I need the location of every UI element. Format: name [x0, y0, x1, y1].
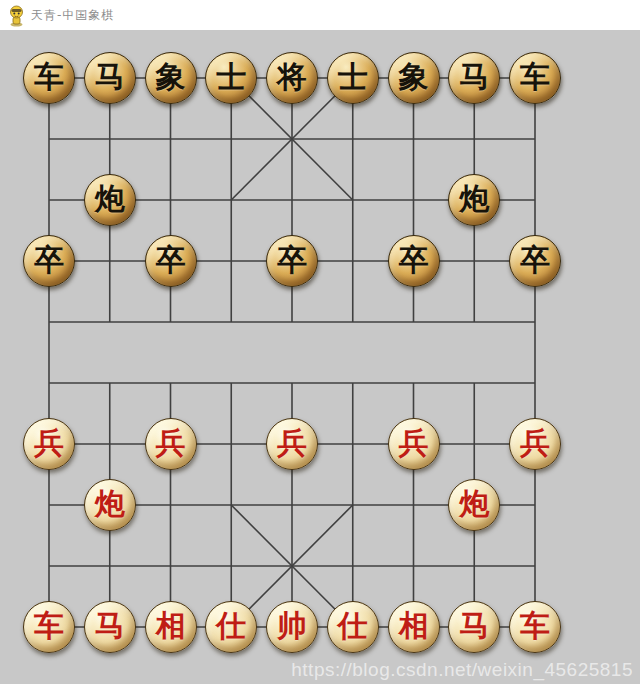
xiangqi-board[interactable]: 车马象士将士象马车炮炮卒卒卒卒卒兵兵兵兵兵炮炮车马相仕帅仕相马车 https:/… [0, 30, 640, 684]
piece-glyph: 车 [34, 62, 64, 92]
piece-black-soldier-3[interactable]: 卒 [266, 235, 318, 287]
piece-glyph: 兵 [34, 428, 64, 458]
titlebar: 天青-中国象棋 [0, 0, 640, 30]
piece-glyph: 兵 [399, 428, 429, 458]
piece-glyph: 兵 [520, 428, 550, 458]
piece-red-advisor-right[interactable]: 仕 [327, 601, 379, 653]
piece-glyph: 卒 [34, 245, 64, 275]
piece-glyph: 马 [95, 611, 125, 641]
piece-black-soldier-5[interactable]: 卒 [509, 235, 561, 287]
piece-black-horse-right[interactable]: 马 [448, 52, 500, 104]
piece-red-chariot-right[interactable]: 车 [509, 601, 561, 653]
piece-black-soldier-2[interactable]: 卒 [145, 235, 197, 287]
piece-glyph: 炮 [95, 184, 125, 214]
piece-red-advisor-left[interactable]: 仕 [205, 601, 257, 653]
piece-black-cannon-right[interactable]: 炮 [448, 174, 500, 226]
piece-glyph: 兵 [156, 428, 186, 458]
piece-black-horse-left[interactable]: 马 [84, 52, 136, 104]
piece-glyph: 仕 [338, 611, 368, 641]
piece-glyph: 相 [399, 611, 429, 641]
piece-glyph: 卒 [277, 245, 307, 275]
piece-black-advisor-right[interactable]: 士 [327, 52, 379, 104]
piece-black-general[interactable]: 将 [266, 52, 318, 104]
piece-glyph: 象 [399, 62, 429, 92]
piece-black-advisor-left[interactable]: 士 [205, 52, 257, 104]
piece-black-elephant-left[interactable]: 象 [145, 52, 197, 104]
app-title: 天青-中国象棋 [31, 7, 114, 24]
piece-black-chariot-left[interactable]: 车 [23, 52, 75, 104]
board-grid [0, 30, 640, 684]
piece-glyph: 车 [520, 62, 550, 92]
piece-glyph: 炮 [459, 184, 489, 214]
piece-black-elephant-right[interactable]: 象 [388, 52, 440, 104]
piece-black-chariot-right[interactable]: 车 [509, 52, 561, 104]
piece-glyph: 车 [520, 611, 550, 641]
piece-red-soldier-4[interactable]: 兵 [388, 418, 440, 470]
piece-red-elephant-right[interactable]: 相 [388, 601, 440, 653]
piece-glyph: 仕 [216, 611, 246, 641]
piece-glyph: 卒 [399, 245, 429, 275]
piece-glyph: 兵 [277, 428, 307, 458]
piece-black-cannon-left[interactable]: 炮 [84, 174, 136, 226]
piece-red-cannon-right[interactable]: 炮 [448, 479, 500, 531]
piece-glyph: 车 [34, 611, 64, 641]
piece-red-horse-left[interactable]: 马 [84, 601, 136, 653]
piece-red-soldier-5[interactable]: 兵 [509, 418, 561, 470]
piece-glyph: 相 [156, 611, 186, 641]
piece-glyph: 帅 [277, 611, 307, 641]
piece-red-soldier-3[interactable]: 兵 [266, 418, 318, 470]
piece-glyph: 马 [95, 62, 125, 92]
piece-red-general[interactable]: 帅 [266, 601, 318, 653]
piece-glyph: 象 [156, 62, 186, 92]
piece-glyph: 马 [459, 611, 489, 641]
piece-black-soldier-1[interactable]: 卒 [23, 235, 75, 287]
piece-red-soldier-2[interactable]: 兵 [145, 418, 197, 470]
piece-red-cannon-left[interactable]: 炮 [84, 479, 136, 531]
piece-glyph: 士 [216, 62, 246, 92]
piece-glyph: 卒 [156, 245, 186, 275]
piece-glyph: 将 [277, 62, 307, 92]
piece-black-soldier-4[interactable]: 卒 [388, 235, 440, 287]
piece-glyph: 马 [459, 62, 489, 92]
piece-red-chariot-left[interactable]: 车 [23, 601, 75, 653]
piece-glyph: 士 [338, 62, 368, 92]
piece-red-horse-right[interactable]: 马 [448, 601, 500, 653]
piece-glyph: 炮 [459, 489, 489, 519]
piece-glyph: 炮 [95, 489, 125, 519]
app-mascot-icon [8, 5, 25, 27]
piece-red-soldier-1[interactable]: 兵 [23, 418, 75, 470]
piece-red-elephant-left[interactable]: 相 [145, 601, 197, 653]
piece-glyph: 卒 [520, 245, 550, 275]
